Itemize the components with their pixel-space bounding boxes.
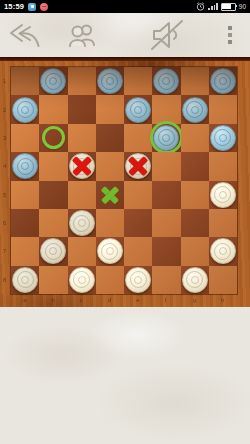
blue-piece[interactable] [40,68,66,94]
square-e4[interactable] [124,152,152,180]
square-b2[interactable] [39,95,67,123]
rank-label-7: 7 [3,248,6,254]
rank-label-5: 5 [3,192,6,198]
blue-piece[interactable] [125,97,151,123]
checkers-board: 12345678abcdefgh [0,57,250,307]
square-g3[interactable] [181,124,209,152]
square-h2[interactable] [209,95,237,123]
background-area [0,307,250,444]
square-h4[interactable] [209,152,237,180]
blue-piece[interactable] [97,68,123,94]
white-piece[interactable] [210,238,236,264]
square-a2[interactable] [11,95,39,123]
square-c1[interactable] [68,67,96,95]
clock-icon [196,2,205,11]
square-d2[interactable] [96,95,124,123]
square-f8[interactable] [152,266,180,294]
square-h7[interactable] [209,237,237,265]
square-b1[interactable] [39,67,67,95]
square-g6[interactable] [181,209,209,237]
square-c5[interactable] [68,181,96,209]
sound-off-icon [148,18,186,52]
square-a8[interactable] [11,266,39,294]
square-d3[interactable] [96,124,124,152]
file-label-e: e [136,297,139,303]
file-label-b: b [51,297,54,303]
square-f6[interactable] [152,209,180,237]
app-screen: 15:59 90 [0,0,250,444]
board-top-edge [0,57,250,61]
square-b3[interactable] [39,124,67,152]
blue-piece[interactable] [153,125,179,151]
battery-percent: 90 [239,3,246,10]
square-e5[interactable] [124,181,152,209]
square-c6[interactable] [68,209,96,237]
file-label-d: d [108,297,111,303]
white-piece[interactable] [97,238,123,264]
capture-marker [125,153,151,179]
square-f7[interactable] [152,237,180,265]
square-f5[interactable] [152,181,180,209]
blue-piece[interactable] [12,97,38,123]
square-b7[interactable] [39,237,67,265]
square-e3[interactable] [124,124,152,152]
rank-label-4: 4 [3,163,6,169]
square-e8[interactable] [124,266,152,294]
square-d4[interactable] [96,152,124,180]
record-icon [40,3,48,11]
square-e1[interactable] [124,67,152,95]
square-a7[interactable] [11,237,39,265]
status-bar: 15:59 90 [0,0,250,13]
square-f4[interactable] [152,152,180,180]
square-a1[interactable] [11,67,39,95]
square-f1[interactable] [152,67,180,95]
square-c8[interactable] [68,266,96,294]
square-b5[interactable] [39,181,67,209]
blue-piece[interactable] [12,153,38,179]
square-h1[interactable] [209,67,237,95]
capture-marker [69,153,95,179]
square-g1[interactable] [181,67,209,95]
blue-piece[interactable] [210,68,236,94]
two-players-icon [67,22,97,48]
white-piece[interactable] [125,153,151,179]
square-a4[interactable] [11,152,39,180]
square-g4[interactable] [181,152,209,180]
square-d1[interactable] [96,67,124,95]
blue-piece[interactable] [182,97,208,123]
square-d6[interactable] [96,209,124,237]
square-f3[interactable] [152,124,180,152]
white-piece[interactable] [12,267,38,293]
players-button[interactable] [62,13,102,57]
square-c4[interactable] [68,152,96,180]
square-a6[interactable] [11,209,39,237]
file-label-c: c [80,297,83,303]
white-piece[interactable] [182,267,208,293]
back-arrow-icon [5,20,43,50]
square-c2[interactable] [68,95,96,123]
rank-label-3: 3 [3,135,6,141]
white-piece[interactable] [210,182,236,208]
messenger-app-icon [28,3,36,11]
file-label-g: g [193,297,196,303]
square-h6[interactable] [209,209,237,237]
white-piece[interactable] [69,210,95,236]
move-target-ring [42,126,65,149]
square-e6[interactable] [124,209,152,237]
square-e7[interactable] [124,237,152,265]
clock-time: 15:59 [4,2,24,11]
square-g2[interactable] [181,95,209,123]
file-label-f: f [164,297,166,303]
white-piece[interactable] [125,267,151,293]
board-grid [11,67,237,294]
square-d8[interactable] [96,266,124,294]
white-piece[interactable] [69,267,95,293]
rank-label-8: 8 [3,277,6,283]
square-e2[interactable] [124,95,152,123]
square-b4[interactable] [39,152,67,180]
square-g7[interactable] [181,237,209,265]
landing-square-marker [97,182,123,208]
square-h5[interactable] [209,181,237,209]
square-d7[interactable] [96,237,124,265]
selected-piece-ring [150,121,183,154]
square-a3[interactable] [11,124,39,152]
square-g5[interactable] [181,181,209,209]
file-label-a: a [23,297,26,303]
square-b8[interactable] [39,266,67,294]
back-button[interactable] [4,13,44,57]
square-d5[interactable] [96,181,124,209]
rank-label-1: 1 [3,78,6,84]
square-b6[interactable] [39,209,67,237]
square-h3[interactable] [209,124,237,152]
toolbar [0,13,250,57]
square-a5[interactable] [11,181,39,209]
white-piece[interactable] [40,238,66,264]
square-f2[interactable] [152,95,180,123]
signal-icon [208,3,217,10]
menu-button[interactable] [222,13,238,57]
square-g8[interactable] [181,266,209,294]
battery-icon [221,3,236,11]
white-piece[interactable] [69,153,95,179]
rank-label-6: 6 [3,220,6,226]
square-h8[interactable] [209,266,237,294]
file-label-h: h [221,297,224,303]
sound-toggle-button[interactable] [144,13,190,57]
blue-piece[interactable] [210,125,236,151]
square-c3[interactable] [68,124,96,152]
square-c7[interactable] [68,237,96,265]
blue-piece[interactable] [153,68,179,94]
rank-label-2: 2 [3,107,6,113]
